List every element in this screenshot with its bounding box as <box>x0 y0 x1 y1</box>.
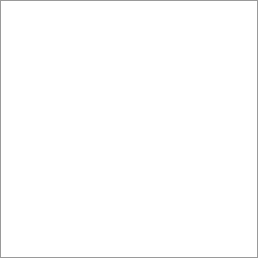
chess-diagram-frame <box>0 0 258 258</box>
chess-board <box>1 1 257 257</box>
